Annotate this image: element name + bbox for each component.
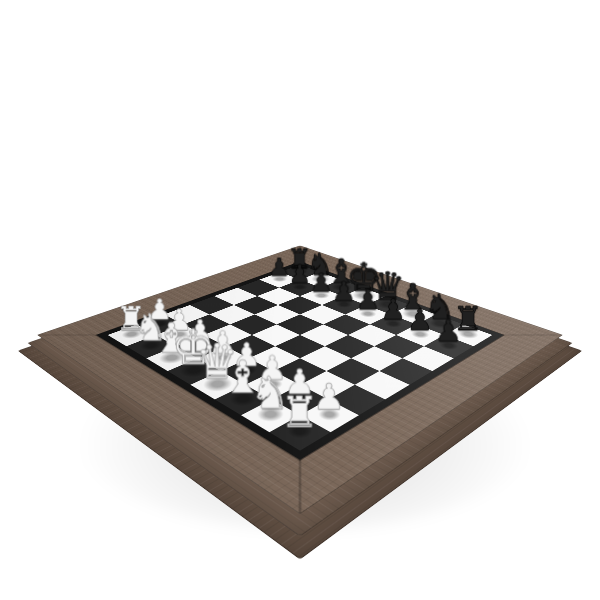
chess-board: ♜♞♝♛♚♝♞♜♟♟♟♟♟♟♟♟♟♟♟♟♟♟♟♟♜♞♝♛♚♝♞♜ bbox=[37, 246, 563, 515]
pawn-icon: ♟ bbox=[416, 317, 482, 345]
chess-scene: ♜♞♝♛♚♝♞♜♟♟♟♟♟♟♟♟♟♟♟♟♟♟♟♟♜♞♝♛♚♝♞♜ bbox=[0, 0, 600, 600]
scene-3d: ♜♞♝♛♚♝♞♜♟♟♟♟♟♟♟♟♟♟♟♟♟♟♟♟♜♞♝♛♚♝♞♜ bbox=[0, 0, 600, 600]
rook-icon: ♜ bbox=[259, 392, 341, 432]
